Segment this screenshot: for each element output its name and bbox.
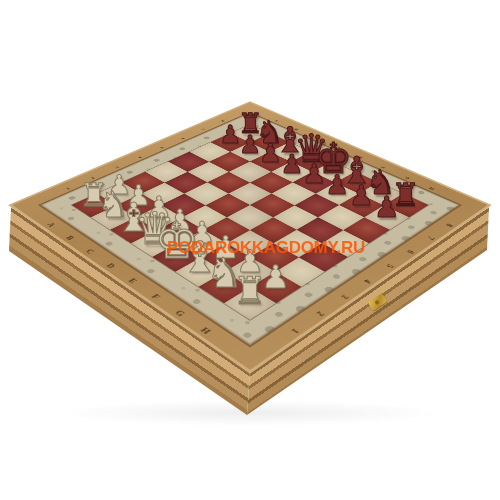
watermark-text: PODAROKKAGDOMY.RU bbox=[167, 238, 365, 258]
file-label-far-b: B bbox=[293, 128, 300, 131]
file-label-b: B bbox=[64, 235, 76, 241]
product-photo: AABBCCDDEEFFGGHH1122334455667788 ♜♞♝♛♚♝♞… bbox=[0, 0, 500, 500]
file-label-far-e: E bbox=[357, 156, 364, 159]
file-label-d: D bbox=[105, 262, 117, 269]
rank-label-1: 1 bbox=[288, 327, 300, 335]
rank-label-far-1: 1 bbox=[65, 187, 71, 190]
rank-label-5: 5 bbox=[384, 263, 395, 269]
rank-label-far-6: 6 bbox=[180, 137, 186, 140]
file-label-far-h: H bbox=[428, 187, 436, 191]
file-label-h: H bbox=[199, 326, 213, 335]
file-label-far-d: D bbox=[335, 146, 342, 149]
file-label-far-c: C bbox=[313, 137, 320, 140]
rank-label-far-5: 5 bbox=[159, 146, 165, 149]
file-label-far-a: A bbox=[273, 119, 280, 122]
rank-label-far-3: 3 bbox=[114, 166, 120, 169]
rank-label-8: 8 bbox=[444, 222, 455, 227]
rank-label-far-4: 4 bbox=[137, 156, 143, 159]
rank-label-6: 6 bbox=[404, 248, 415, 254]
file-label-far-g: G bbox=[403, 176, 411, 180]
rank-label-4: 4 bbox=[361, 277, 372, 284]
file-label-e: E bbox=[127, 277, 139, 284]
rank-label-7: 7 bbox=[424, 235, 435, 241]
file-label-a: A bbox=[45, 222, 57, 228]
file-label-c: C bbox=[84, 248, 96, 255]
rank-label-far-7: 7 bbox=[201, 128, 207, 131]
rank-label-2: 2 bbox=[314, 310, 326, 317]
rank-label-3: 3 bbox=[338, 293, 350, 300]
file-label-far-f: F bbox=[380, 166, 387, 169]
rank-label-far-2: 2 bbox=[90, 176, 96, 179]
file-label-f: F bbox=[150, 293, 162, 300]
file-label-g: G bbox=[173, 309, 187, 318]
rank-label-far-8: 8 bbox=[220, 120, 226, 123]
